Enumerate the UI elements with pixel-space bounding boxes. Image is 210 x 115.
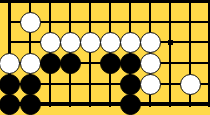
black-stone[interactable]	[20, 94, 41, 115]
black-stone[interactable]	[40, 53, 61, 74]
black-stone[interactable]	[120, 94, 141, 115]
white-stone[interactable]	[0, 53, 20, 74]
white-stone[interactable]	[140, 74, 161, 95]
white-stone[interactable]	[140, 53, 161, 74]
white-stone[interactable]	[180, 74, 201, 95]
white-stone[interactable]	[20, 12, 41, 33]
white-stone[interactable]	[40, 32, 61, 53]
white-stone[interactable]	[120, 32, 141, 53]
white-stone[interactable]	[60, 32, 81, 53]
star-point	[168, 40, 173, 45]
go-board[interactable]	[0, 0, 210, 115]
black-stone[interactable]	[120, 53, 141, 74]
white-stone[interactable]	[140, 32, 161, 53]
black-stone[interactable]	[100, 53, 121, 74]
black-stone[interactable]	[60, 53, 81, 74]
white-stone[interactable]	[20, 53, 41, 74]
black-stone[interactable]	[120, 74, 141, 95]
go-diagram	[0, 0, 210, 115]
grid-line-h	[0, 0, 210, 3]
white-stone[interactable]	[100, 32, 121, 53]
grid-line-v	[169, 0, 171, 107]
grid-line-v	[89, 0, 91, 107]
grid-line-v	[208, 0, 210, 107]
black-stone[interactable]	[20, 74, 41, 95]
black-stone[interactable]	[0, 94, 20, 115]
white-stone[interactable]	[80, 32, 101, 53]
black-stone[interactable]	[0, 74, 20, 95]
